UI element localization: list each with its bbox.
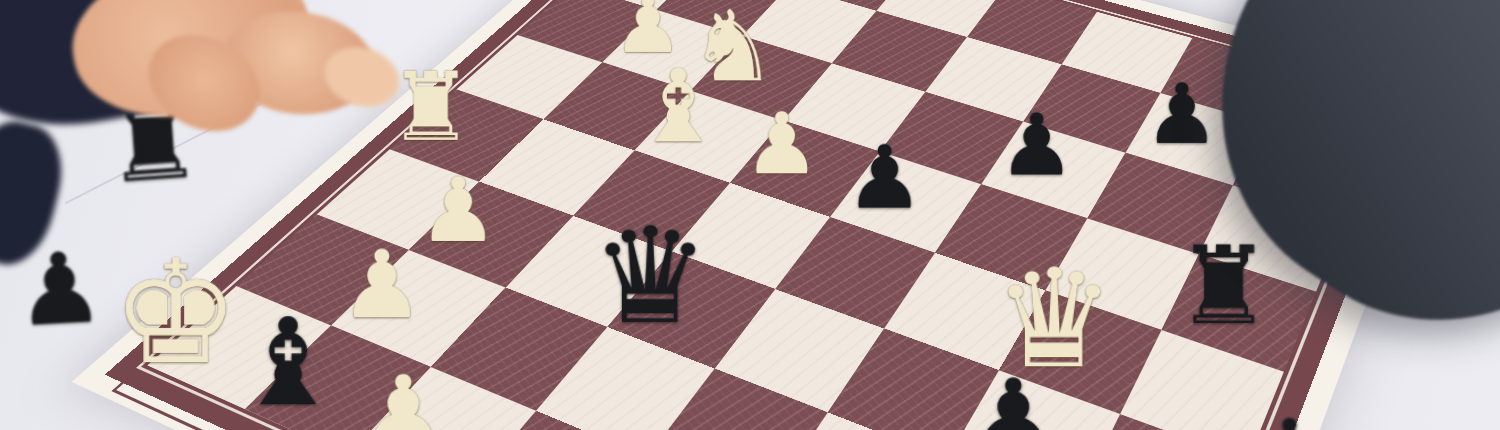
white-pawn-on-h3[interactable]: ♟ <box>358 361 449 430</box>
white-pawn-on-d4[interactable]: ♟ <box>743 101 819 186</box>
black-pawn-on-f7[interactable]: ♟ <box>967 365 1059 430</box>
black-pawn-on-b7[interactable]: ♟ <box>1144 72 1219 155</box>
white-pawn-on-f2[interactable]: ♟ <box>418 165 498 254</box>
white-king-on-h1[interactable]: ♚ <box>111 241 239 384</box>
white-pawn-on-g2[interactable]: ♟ <box>340 237 424 331</box>
chess-game-photo: 12345678 12345678 ABCDEFGH ABCDEFGH MIER… <box>0 0 1500 430</box>
black-bishop-on-h2[interactable]: ♝ <box>234 302 342 423</box>
black-rook-on-d8[interactable]: ♜ <box>1175 231 1272 339</box>
captured-black-pawn-table-right[interactable]: ♟ <box>1250 408 1329 430</box>
black-pawn-on-c6[interactable]: ♟ <box>998 102 1074 187</box>
black-queen-on-f4[interactable]: ♛ <box>591 210 710 343</box>
black-pawn-on-d5[interactable]: ♟ <box>845 133 923 220</box>
white-bishop-on-d3[interactable]: ♝ <box>633 55 724 156</box>
